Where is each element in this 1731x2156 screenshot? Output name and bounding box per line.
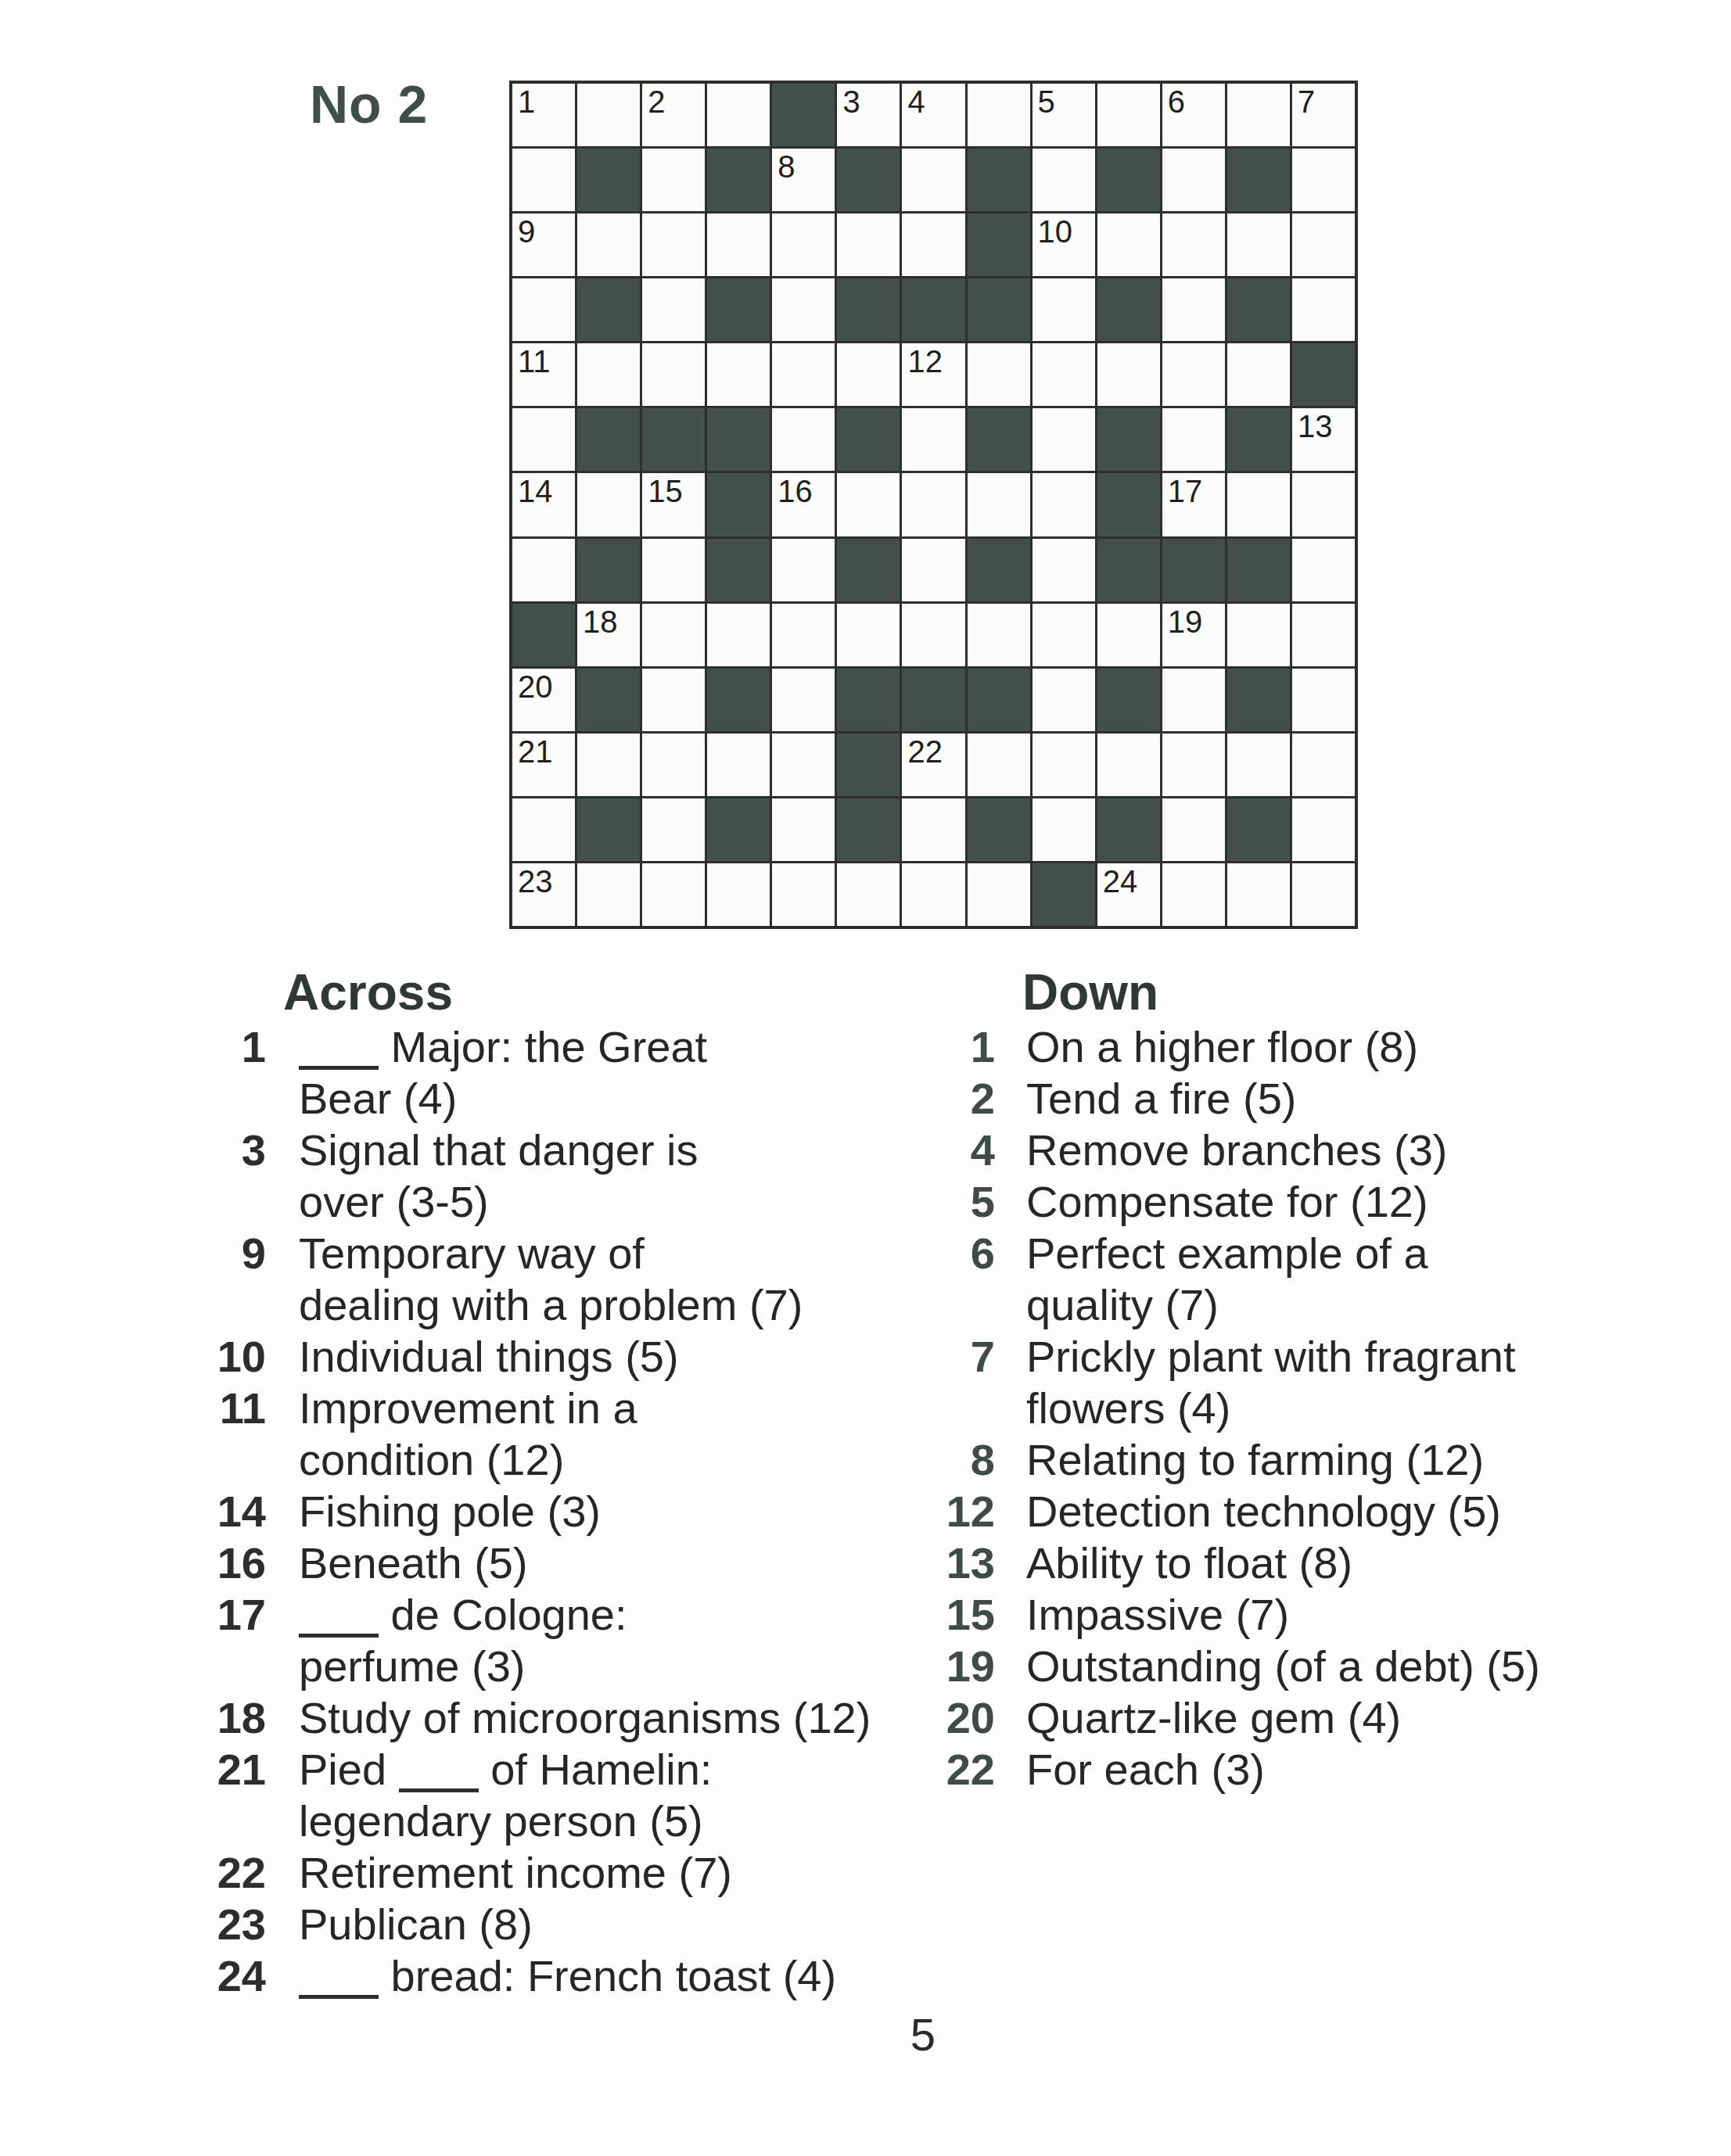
grid-block-cell [642, 408, 705, 471]
clue-number: 4 [914, 1125, 995, 1176]
cell-number: 4 [907, 86, 925, 117]
blank-line [299, 1022, 379, 1070]
grid-cell[interactable] [707, 84, 770, 146]
grid-cell[interactable]: 6 [1162, 84, 1225, 146]
clue-across-24: 24 bread: French toast (4) [178, 1950, 956, 2002]
grid-cell[interactable] [772, 604, 835, 666]
grid-cell[interactable]: 13 [1292, 408, 1355, 471]
grid-cell[interactable] [642, 539, 705, 601]
cell-number: 2 [648, 86, 665, 117]
grid-block-cell [1097, 149, 1160, 211]
grid-cell[interactable] [902, 149, 964, 211]
grid-cell[interactable] [902, 408, 964, 471]
grid-cell[interactable] [1292, 149, 1355, 211]
cell-number: 1 [518, 86, 535, 117]
grid-cell[interactable] [772, 213, 835, 276]
grid-cell[interactable] [1032, 604, 1095, 666]
grid-cell[interactable] [1292, 734, 1355, 796]
clue-text: Ability to float (8) [1026, 1537, 1683, 1589]
grid-cell[interactable] [968, 863, 1030, 926]
grid-cell[interactable] [1292, 669, 1355, 731]
grid-cell[interactable] [707, 213, 770, 276]
grid-cell[interactable] [642, 669, 705, 731]
grid-cell[interactable] [1032, 278, 1095, 341]
grid-cell[interactable] [1097, 734, 1160, 796]
grid-cell[interactable] [1292, 798, 1355, 861]
grid-block-cell [1032, 863, 1095, 926]
clue-text: Perfect example of aquality (7) [1026, 1228, 1683, 1331]
clue-text: Pied of Hamelin:legendary person (5) [299, 1744, 956, 1847]
clue-text: On a higher floor (8) [1026, 1021, 1683, 1073]
page-root: No 2 12345678910111213141516171819202122… [0, 0, 1731, 2156]
clue-down-5: 5Compensate for (12) [914, 1176, 1683, 1228]
grid-cell[interactable]: 22 [902, 734, 964, 796]
grid-cell[interactable] [577, 734, 640, 796]
grid-cell[interactable] [1292, 278, 1355, 341]
clue-down-12: 12Detection technology (5) [914, 1486, 1683, 1537]
clue-text: For each (3) [1026, 1744, 1683, 1795]
grid-block-cell [968, 798, 1030, 861]
cell-number: 5 [1038, 86, 1055, 117]
grid-block-cell [1162, 539, 1225, 601]
grid-cell[interactable] [1292, 213, 1355, 276]
grid-block-cell [968, 408, 1030, 471]
cell-number: 11 [518, 346, 551, 377]
clue-number: 11 [178, 1383, 266, 1434]
grid-cell[interactable] [772, 863, 835, 926]
clue-text: Quartz-like gem (4) [1026, 1692, 1683, 1744]
grid-cell[interactable] [772, 734, 835, 796]
cell-number: 10 [1038, 216, 1073, 247]
grid-cell[interactable] [1292, 604, 1355, 666]
cell-number: 9 [518, 216, 535, 247]
across-clue-list: 1 Major: the GreatBear (4)3Signal that d… [178, 1021, 956, 2002]
grid-cell[interactable]: 7 [1292, 84, 1355, 146]
clue-down-2: 2Tend a fire (5) [914, 1073, 1683, 1125]
grid-cell[interactable]: 24 [1097, 863, 1160, 926]
grid-cell[interactable] [968, 473, 1030, 536]
grid-cell[interactable]: 11 [512, 343, 575, 406]
grid-block-cell [837, 539, 900, 601]
clue-text: Improvement in acondition (12) [299, 1383, 956, 1486]
grid-cell[interactable] [1032, 798, 1095, 861]
grid-cell[interactable]: 14 [512, 473, 575, 536]
grid-cell[interactable] [772, 539, 835, 601]
grid-cell[interactable] [642, 863, 705, 926]
cell-number: 15 [648, 475, 683, 507]
down-header: Down [1022, 963, 1158, 1021]
grid-cell[interactable] [837, 473, 900, 536]
clue-text: Outstanding (of a debt) (5) [1026, 1641, 1683, 1692]
grid-block-cell [577, 149, 640, 211]
clue-across-18: 18Study of microorganisms (12) [178, 1692, 956, 1744]
grid-cell[interactable] [902, 604, 964, 666]
grid-cell[interactable] [772, 408, 835, 471]
clue-number: 17 [178, 1589, 266, 1641]
grid-cell[interactable] [642, 278, 705, 341]
clue-across-10: 10Individual things (5) [178, 1331, 956, 1383]
grid-cell[interactable]: 4 [902, 84, 964, 146]
cell-number: 22 [907, 736, 943, 767]
grid-cell[interactable]: 21 [512, 734, 575, 796]
grid-block-cell [707, 669, 770, 731]
clue-number: 13 [914, 1537, 995, 1589]
grid-cell[interactable] [1032, 473, 1095, 536]
cell-number: 20 [518, 671, 553, 702]
clue-number: 21 [178, 1744, 266, 1795]
grid-cell[interactable]: 10 [1032, 213, 1095, 276]
clue-number: 20 [914, 1692, 995, 1744]
clue-number: 18 [178, 1692, 266, 1744]
grid-cell[interactable] [772, 343, 835, 406]
clue-across-21: 21Pied of Hamelin:legendary person (5) [178, 1744, 956, 1847]
grid-cell[interactable] [1162, 863, 1225, 926]
clue-number: 10 [178, 1331, 266, 1383]
grid-cell[interactable] [1032, 539, 1095, 601]
grid-cell[interactable] [837, 863, 900, 926]
grid-cell[interactable] [642, 213, 705, 276]
grid-block-cell [707, 539, 770, 601]
clue-text: Compensate for (12) [1026, 1176, 1683, 1228]
grid-cell[interactable]: 18 [577, 604, 640, 666]
grid-cell[interactable] [577, 863, 640, 926]
clue-text: Detection technology (5) [1026, 1486, 1683, 1537]
cell-number: 16 [778, 475, 813, 507]
clue-number: 24 [178, 1950, 266, 2002]
grid-block-cell [1227, 408, 1290, 471]
clue-number: 12 [914, 1486, 995, 1537]
grid-cell[interactable] [772, 278, 835, 341]
grid-cell[interactable] [577, 343, 640, 406]
grid-block-cell [837, 734, 900, 796]
grid-cell[interactable] [1292, 539, 1355, 601]
clue-text: Temporary way ofdealing with a problem (… [299, 1228, 956, 1331]
grid-cell[interactable] [642, 604, 705, 666]
grid-cell[interactable] [902, 539, 964, 601]
cell-number: 19 [1168, 606, 1203, 637]
clue-down-4: 4Remove branches (3) [914, 1125, 1683, 1176]
cell-number: 24 [1103, 866, 1138, 897]
grid-cell[interactable] [1032, 734, 1095, 796]
grid-block-cell [1097, 408, 1160, 471]
clue-number: 6 [914, 1228, 995, 1279]
grid-block-cell [577, 669, 640, 731]
grid-cell[interactable]: 19 [1162, 604, 1225, 666]
grid-cell[interactable] [1162, 343, 1225, 406]
grid-block-cell [577, 408, 640, 471]
clue-text: Beneath (5) [299, 1537, 956, 1589]
grid-cell[interactable] [837, 604, 900, 666]
clue-across-22: 22Retirement income (7) [178, 1847, 956, 1899]
grid-block-cell [707, 798, 770, 861]
cell-number: 17 [1168, 475, 1203, 507]
grid-cell[interactable] [902, 798, 964, 861]
grid-cell[interactable] [707, 863, 770, 926]
grid-cell[interactable] [902, 473, 964, 536]
crossword-grid: 123456789101112131415161718192021222324 [509, 81, 1358, 929]
grid-block-cell [1097, 798, 1160, 861]
clue-number: 15 [914, 1589, 995, 1641]
grid-block-cell [1097, 539, 1160, 601]
grid-cell[interactable] [1097, 604, 1160, 666]
cell-number: 14 [518, 475, 553, 507]
grid-cell[interactable]: 1 [512, 84, 575, 146]
grid-block-cell [1097, 278, 1160, 341]
grid-block-cell [707, 278, 770, 341]
clue-number: 5 [914, 1176, 995, 1228]
grid-block-cell [1097, 669, 1160, 731]
grid-cell[interactable] [642, 149, 705, 211]
grid-cell[interactable] [1032, 669, 1095, 731]
grid-block-cell [968, 278, 1030, 341]
grid-cell[interactable] [772, 669, 835, 731]
grid-block-cell [968, 539, 1030, 601]
blank-line [399, 1745, 479, 1792]
grid-block-cell [837, 669, 900, 731]
grid-cell[interactable]: 12 [902, 343, 964, 406]
clue-number: 2 [914, 1073, 995, 1125]
grid-block-cell [1227, 149, 1290, 211]
grid-cell[interactable] [512, 149, 575, 211]
clue-down-15: 15Impassive (7) [914, 1589, 1683, 1641]
cell-number: 8 [778, 151, 795, 182]
grid-cell[interactable] [577, 84, 640, 146]
clue-down-1: 1On a higher floor (8) [914, 1021, 1683, 1073]
grid-block-cell [1227, 539, 1290, 601]
grid-cell[interactable] [968, 604, 1030, 666]
clue-down-6: 6Perfect example of aquality (7) [914, 1228, 1683, 1331]
grid-cell[interactable]: 9 [512, 213, 575, 276]
clue-number: 19 [914, 1641, 995, 1692]
clue-number: 8 [914, 1434, 995, 1486]
grid-cell[interactable] [1162, 798, 1225, 861]
grid-block-cell [707, 473, 770, 536]
grid-cell[interactable] [837, 343, 900, 406]
grid-cell[interactable] [642, 798, 705, 861]
clue-number: 14 [178, 1486, 266, 1537]
clue-number: 3 [178, 1125, 266, 1176]
clue-down-22: 22For each (3) [914, 1744, 1683, 1795]
page-number: 5 [896, 2008, 950, 2061]
grid-block-cell [772, 84, 835, 146]
grid-cell[interactable] [968, 343, 1030, 406]
grid-cell[interactable]: 15 [642, 473, 705, 536]
clue-text: Prickly plant with fragrantflowers (4) [1026, 1331, 1683, 1434]
grid-block-cell [1292, 343, 1355, 406]
clue-number: 1 [178, 1021, 266, 1073]
clue-across-14: 14Fishing pole (3) [178, 1486, 956, 1537]
grid-block-cell [512, 604, 575, 666]
grid-block-cell [1227, 798, 1290, 861]
grid-cell[interactable] [707, 343, 770, 406]
cell-number: 7 [1298, 86, 1315, 117]
cell-number: 13 [1298, 411, 1333, 442]
grid-cell[interactable] [1097, 343, 1160, 406]
grid-cell[interactable] [1227, 473, 1290, 536]
clue-across-16: 16Beneath (5) [178, 1537, 956, 1589]
grid-block-cell [902, 278, 964, 341]
grid-cell[interactable] [512, 798, 575, 861]
clue-number: 16 [178, 1537, 266, 1589]
clue-number: 22 [178, 1847, 266, 1899]
grid-cell[interactable] [1032, 343, 1095, 406]
grid-cell[interactable] [902, 863, 964, 926]
grid-cell[interactable] [1227, 343, 1290, 406]
grid-cell[interactable] [1227, 734, 1290, 796]
grid-cell[interactable]: 2 [642, 84, 705, 146]
clue-across-23: 23Publican (8) [178, 1899, 956, 1950]
grid-cell[interactable] [707, 734, 770, 796]
grid-cell[interactable] [1162, 734, 1225, 796]
grid-cell[interactable] [1162, 278, 1225, 341]
grid-cell[interactable] [642, 343, 705, 406]
clue-across-3: 3Signal that danger isover (3-5) [178, 1125, 956, 1228]
grid-cell[interactable] [837, 213, 900, 276]
grid-block-cell [968, 213, 1030, 276]
grid-cell[interactable] [968, 84, 1030, 146]
cell-number: 12 [907, 346, 943, 377]
grid-block-cell [707, 149, 770, 211]
grid-cell[interactable] [1292, 863, 1355, 926]
clue-down-7: 7Prickly plant with fragrantflowers (4) [914, 1331, 1683, 1434]
clue-text: Major: the GreatBear (4) [299, 1021, 956, 1125]
grid-cell[interactable] [1162, 213, 1225, 276]
grid-cell[interactable]: 23 [512, 863, 575, 926]
clue-down-8: 8Relating to farming (12) [914, 1434, 1683, 1486]
grid-block-cell [1227, 669, 1290, 731]
clue-down-19: 19Outstanding (of a debt) (5) [914, 1641, 1683, 1692]
clue-text: Tend a fire (5) [1026, 1073, 1683, 1125]
clue-across-1: 1 Major: the GreatBear (4) [178, 1021, 956, 1125]
grid-block-cell [968, 669, 1030, 731]
cell-number: 18 [583, 606, 618, 637]
grid-cell[interactable]: 5 [1032, 84, 1095, 146]
grid-cell[interactable] [1162, 669, 1225, 731]
clue-number: 1 [914, 1021, 995, 1073]
clue-text: Individual things (5) [299, 1331, 956, 1383]
grid-cell[interactable] [1292, 473, 1355, 536]
grid-cell[interactable] [577, 213, 640, 276]
grid-block-cell [968, 149, 1030, 211]
grid-block-cell [577, 798, 640, 861]
grid-cell[interactable]: 3 [837, 84, 900, 146]
grid-block-cell [837, 408, 900, 471]
grid-cell[interactable] [1227, 84, 1290, 146]
grid-cell[interactable] [1227, 213, 1290, 276]
grid-cell[interactable]: 20 [512, 669, 575, 731]
grid-block-cell [902, 669, 964, 731]
grid-block-cell [837, 798, 900, 861]
clue-text: bread: French toast (4) [299, 1950, 956, 2002]
clue-across-9: 9Temporary way ofdealing with a problem … [178, 1228, 956, 1331]
grid-cell[interactable] [1097, 84, 1160, 146]
grid-cell[interactable]: 16 [772, 473, 835, 536]
cell-number: 21 [518, 736, 553, 767]
clue-text: Fishing pole (3) [299, 1486, 956, 1537]
clue-text: Remove branches (3) [1026, 1125, 1683, 1176]
clue-text: Signal that danger isover (3-5) [299, 1125, 956, 1228]
cell-number: 23 [518, 866, 553, 897]
down-clue-list: 1On a higher floor (8)2Tend a fire (5)4R… [914, 1021, 1683, 1795]
grid-block-cell [837, 149, 900, 211]
grid-cell[interactable] [1162, 408, 1225, 471]
clue-number: 22 [914, 1744, 995, 1795]
clue-text: Study of microorganisms (12) [299, 1692, 956, 1744]
clue-number: 9 [178, 1228, 266, 1279]
grid-cell[interactable] [1032, 149, 1095, 211]
grid-cell[interactable] [772, 798, 835, 861]
grid-cell[interactable] [968, 734, 1030, 796]
grid-cell[interactable] [642, 734, 705, 796]
grid-block-cell [1097, 473, 1160, 536]
grid-cell[interactable]: 17 [1162, 473, 1225, 536]
grid-cell[interactable] [1162, 149, 1225, 211]
clue-text: Impassive (7) [1026, 1589, 1683, 1641]
puzzle-title: No 2 [310, 74, 428, 135]
grid-cell[interactable] [512, 539, 575, 601]
grid-cell[interactable] [1227, 604, 1290, 666]
grid-cell[interactable] [512, 408, 575, 471]
grid-cell[interactable] [1097, 213, 1160, 276]
clue-text: de Cologne:perfume (3) [299, 1589, 956, 1692]
grid-cell[interactable] [1032, 408, 1095, 471]
grid-block-cell [837, 278, 900, 341]
clue-number: 7 [914, 1331, 995, 1383]
grid-block-cell [1227, 278, 1290, 341]
grid-cell[interactable] [707, 604, 770, 666]
cell-number: 6 [1168, 86, 1185, 117]
blank-line [299, 1951, 379, 1999]
grid-block-cell [577, 278, 640, 341]
clue-across-17: 17 de Cologne:perfume (3) [178, 1589, 956, 1692]
cell-number: 3 [842, 86, 860, 117]
across-header: Across [283, 963, 453, 1021]
clue-number: 23 [178, 1899, 266, 1950]
clue-text: Retirement income (7) [299, 1847, 956, 1899]
blank-line [299, 1590, 379, 1638]
grid-cell[interactable] [512, 278, 575, 341]
grid-cell[interactable]: 8 [772, 149, 835, 211]
grid-block-cell [707, 408, 770, 471]
grid-cell[interactable] [577, 473, 640, 536]
clue-across-11: 11Improvement in acondition (12) [178, 1383, 956, 1486]
clue-down-20: 20Quartz-like gem (4) [914, 1692, 1683, 1744]
grid-cell[interactable] [902, 213, 964, 276]
clue-text: Relating to farming (12) [1026, 1434, 1683, 1486]
clue-text: Publican (8) [299, 1899, 956, 1950]
grid-block-cell [577, 539, 640, 601]
grid-cell[interactable] [1227, 863, 1290, 926]
clue-down-13: 13Ability to float (8) [914, 1537, 1683, 1589]
